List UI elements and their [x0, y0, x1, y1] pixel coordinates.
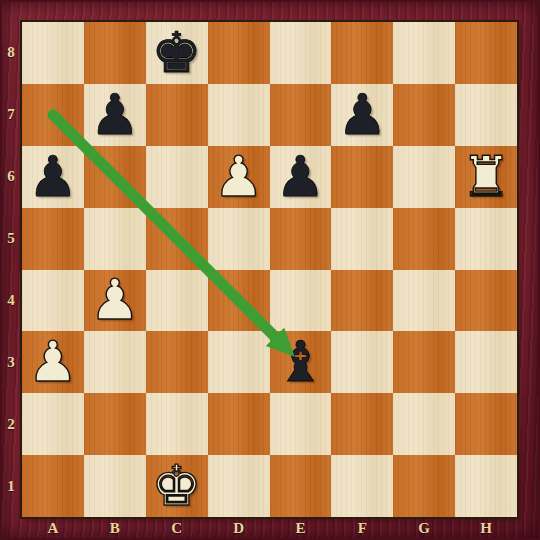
rank-label-6: 6 [0, 146, 22, 208]
square-f4[interactable] [331, 270, 393, 332]
square-g5[interactable] [393, 208, 455, 270]
piece-black-pawn-f7[interactable]: ♟ [331, 84, 393, 146]
square-d6[interactable]: ♟ [208, 146, 270, 208]
rank-label-3: 3 [0, 331, 22, 393]
square-d2[interactable] [208, 393, 270, 455]
square-c1[interactable]: ♚ [146, 455, 208, 517]
square-b2[interactable] [84, 393, 146, 455]
square-e2[interactable] [270, 393, 332, 455]
square-e7[interactable] [270, 84, 332, 146]
square-f6[interactable] [331, 146, 393, 208]
square-e6[interactable]: ♟ [270, 146, 332, 208]
square-e8[interactable] [270, 22, 332, 84]
square-f5[interactable] [331, 208, 393, 270]
square-h5[interactable] [455, 208, 517, 270]
square-g8[interactable] [393, 22, 455, 84]
square-c7[interactable] [146, 84, 208, 146]
square-f1[interactable] [331, 455, 393, 517]
piece-black-pawn-a6[interactable]: ♟ [22, 146, 84, 208]
square-g6[interactable] [393, 146, 455, 208]
square-b7[interactable]: ♟ [84, 84, 146, 146]
square-g2[interactable] [393, 393, 455, 455]
square-c8[interactable]: ♚ [146, 22, 208, 84]
square-b8[interactable] [84, 22, 146, 84]
chess-board-frame: ♚♟♟♟♟♟♜♟♟♝♚ 87654321ABCDEFGH [0, 0, 540, 540]
square-g1[interactable] [393, 455, 455, 517]
square-e1[interactable] [270, 455, 332, 517]
square-a2[interactable] [22, 393, 84, 455]
file-label-a: A [22, 517, 84, 540]
rank-label-8: 8 [0, 22, 22, 84]
rank-label-7: 7 [0, 84, 22, 146]
square-c2[interactable] [146, 393, 208, 455]
file-label-g: G [393, 517, 455, 540]
piece-white-pawn-a3[interactable]: ♟ [22, 331, 84, 393]
piece-black-king-c8[interactable]: ♚ [146, 22, 208, 84]
square-h3[interactable] [455, 331, 517, 393]
file-label-b: B [84, 517, 146, 540]
piece-black-pawn-e6[interactable]: ♟ [270, 146, 332, 208]
piece-white-king-c1[interactable]: ♚ [146, 455, 208, 517]
square-b1[interactable] [84, 455, 146, 517]
file-label-h: H [455, 517, 517, 540]
square-a1[interactable] [22, 455, 84, 517]
square-b3[interactable] [84, 331, 146, 393]
square-h2[interactable] [455, 393, 517, 455]
piece-black-pawn-b7[interactable]: ♟ [84, 84, 146, 146]
file-label-d: D [208, 517, 270, 540]
square-c6[interactable] [146, 146, 208, 208]
rank-label-5: 5 [0, 208, 22, 270]
square-b6[interactable] [84, 146, 146, 208]
square-h1[interactable] [455, 455, 517, 517]
square-g7[interactable] [393, 84, 455, 146]
piece-black-bishop-e3[interactable]: ♝ [270, 331, 332, 393]
square-e3[interactable]: ♝ [270, 331, 332, 393]
file-label-f: F [331, 517, 393, 540]
square-h4[interactable] [455, 270, 517, 332]
square-g4[interactable] [393, 270, 455, 332]
square-e5[interactable] [270, 208, 332, 270]
square-a4[interactable] [22, 270, 84, 332]
square-d3[interactable] [208, 331, 270, 393]
square-c5[interactable] [146, 208, 208, 270]
square-d1[interactable] [208, 455, 270, 517]
square-c4[interactable] [146, 270, 208, 332]
square-e4[interactable] [270, 270, 332, 332]
square-f2[interactable] [331, 393, 393, 455]
square-g3[interactable] [393, 331, 455, 393]
square-a6[interactable]: ♟ [22, 146, 84, 208]
piece-white-rook-h6[interactable]: ♜ [455, 146, 517, 208]
board: ♚♟♟♟♟♟♜♟♟♝♚ [22, 22, 517, 517]
rank-label-1: 1 [0, 455, 22, 517]
square-h6[interactable]: ♜ [455, 146, 517, 208]
square-f7[interactable]: ♟ [331, 84, 393, 146]
square-a3[interactable]: ♟ [22, 331, 84, 393]
square-b5[interactable] [84, 208, 146, 270]
square-a8[interactable] [22, 22, 84, 84]
piece-white-pawn-b4[interactable]: ♟ [84, 270, 146, 332]
square-a5[interactable] [22, 208, 84, 270]
square-d4[interactable] [208, 270, 270, 332]
square-d8[interactable] [208, 22, 270, 84]
square-f8[interactable] [331, 22, 393, 84]
square-d5[interactable] [208, 208, 270, 270]
piece-white-pawn-d6[interactable]: ♟ [208, 146, 270, 208]
square-c3[interactable] [146, 331, 208, 393]
rank-label-2: 2 [0, 393, 22, 455]
square-a7[interactable] [22, 84, 84, 146]
file-label-c: C [146, 517, 208, 540]
file-label-e: E [270, 517, 332, 540]
square-h7[interactable] [455, 84, 517, 146]
square-d7[interactable] [208, 84, 270, 146]
square-b4[interactable]: ♟ [84, 270, 146, 332]
rank-label-4: 4 [0, 270, 22, 332]
square-h8[interactable] [455, 22, 517, 84]
square-f3[interactable] [331, 331, 393, 393]
